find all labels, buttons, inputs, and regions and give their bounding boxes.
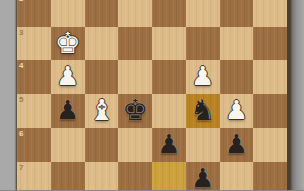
square-b4[interactable] — [220, 60, 254, 94]
rank-label-6: 6 — [19, 129, 23, 138]
square-c3[interactable] — [186, 27, 220, 61]
square-e3[interactable] — [118, 27, 152, 61]
left-letterbox-margin — [0, 0, 17, 190]
square-c6[interactable] — [186, 128, 220, 162]
square-h5[interactable]: 5 — [17, 94, 51, 128]
black-knight: ♞ — [186, 94, 220, 128]
square-g5[interactable]: ♟ — [51, 94, 85, 128]
square-b2[interactable] — [220, 0, 254, 27]
square-h6[interactable]: 6 — [17, 128, 51, 162]
white-pawn: ♟ — [186, 60, 220, 94]
square-g3[interactable]: ♚ — [51, 27, 85, 61]
square-b7[interactable] — [220, 162, 254, 191]
square-b3[interactable] — [220, 27, 254, 61]
square-f2[interactable] — [85, 0, 119, 27]
white-king: ♚ — [51, 27, 85, 61]
chess-board[interactable]: 123♚4♟♟5♟♝♚♞♟6♟♟7♟8 — [17, 0, 287, 190]
board-viewport: 123♚4♟♟5♟♝♚♞♟6♟♟7♟8 — [17, 0, 287, 190]
square-a5[interactable] — [253, 94, 287, 128]
black-pawn: ♟ — [152, 128, 186, 162]
square-a6[interactable] — [253, 128, 287, 162]
black-pawn: ♟ — [220, 128, 254, 162]
square-c4[interactable]: ♟ — [186, 60, 220, 94]
square-f7[interactable] — [85, 162, 119, 191]
black-pawn: ♟ — [51, 94, 85, 128]
square-d3[interactable] — [152, 27, 186, 61]
square-d2[interactable] — [152, 0, 186, 27]
square-d4[interactable] — [152, 60, 186, 94]
square-h4[interactable]: 4 — [17, 60, 51, 94]
square-c7[interactable]: ♟ — [186, 162, 220, 191]
square-f3[interactable] — [85, 27, 119, 61]
black-pawn: ♟ — [186, 162, 220, 191]
square-a3[interactable] — [253, 27, 287, 61]
square-c2[interactable] — [186, 0, 220, 27]
white-pawn: ♟ — [220, 94, 254, 128]
square-g6[interactable] — [51, 128, 85, 162]
square-a4[interactable] — [253, 60, 287, 94]
square-g7[interactable] — [51, 162, 85, 191]
square-f4[interactable] — [85, 60, 119, 94]
square-f5[interactable]: ♝ — [85, 94, 119, 128]
square-d7[interactable] — [152, 162, 186, 191]
rank-label-2: 2 — [19, 0, 23, 3]
square-b5[interactable]: ♟ — [220, 94, 254, 128]
square-e6[interactable] — [118, 128, 152, 162]
square-e4[interactable] — [118, 60, 152, 94]
square-g2[interactable] — [51, 0, 85, 27]
rank-label-7: 7 — [19, 163, 23, 172]
rank-label-5: 5 — [19, 95, 23, 104]
rank-label-3: 3 — [19, 28, 23, 37]
square-h2[interactable]: 2 — [17, 0, 51, 27]
rank-label-4: 4 — [19, 61, 23, 70]
square-a2[interactable] — [253, 0, 287, 27]
right-letterbox-margin — [287, 0, 304, 190]
square-b6[interactable]: ♟ — [220, 128, 254, 162]
white-pawn: ♟ — [51, 60, 85, 94]
square-h3[interactable]: 3 — [17, 27, 51, 61]
square-g4[interactable]: ♟ — [51, 60, 85, 94]
square-a7[interactable] — [253, 162, 287, 191]
square-e7[interactable] — [118, 162, 152, 191]
square-f6[interactable] — [85, 128, 119, 162]
square-c5[interactable]: ♞ — [186, 94, 220, 128]
square-e5[interactable]: ♚ — [118, 94, 152, 128]
square-d6[interactable]: ♟ — [152, 128, 186, 162]
white-bishop: ♝ — [85, 94, 119, 128]
square-h7[interactable]: 7 — [17, 162, 51, 191]
black-king: ♚ — [118, 94, 152, 128]
video-frame: 123♚4♟♟5♟♝♚♞♟6♟♟7♟8 — [0, 0, 304, 190]
square-d5[interactable] — [152, 94, 186, 128]
square-e2[interactable] — [118, 0, 152, 27]
